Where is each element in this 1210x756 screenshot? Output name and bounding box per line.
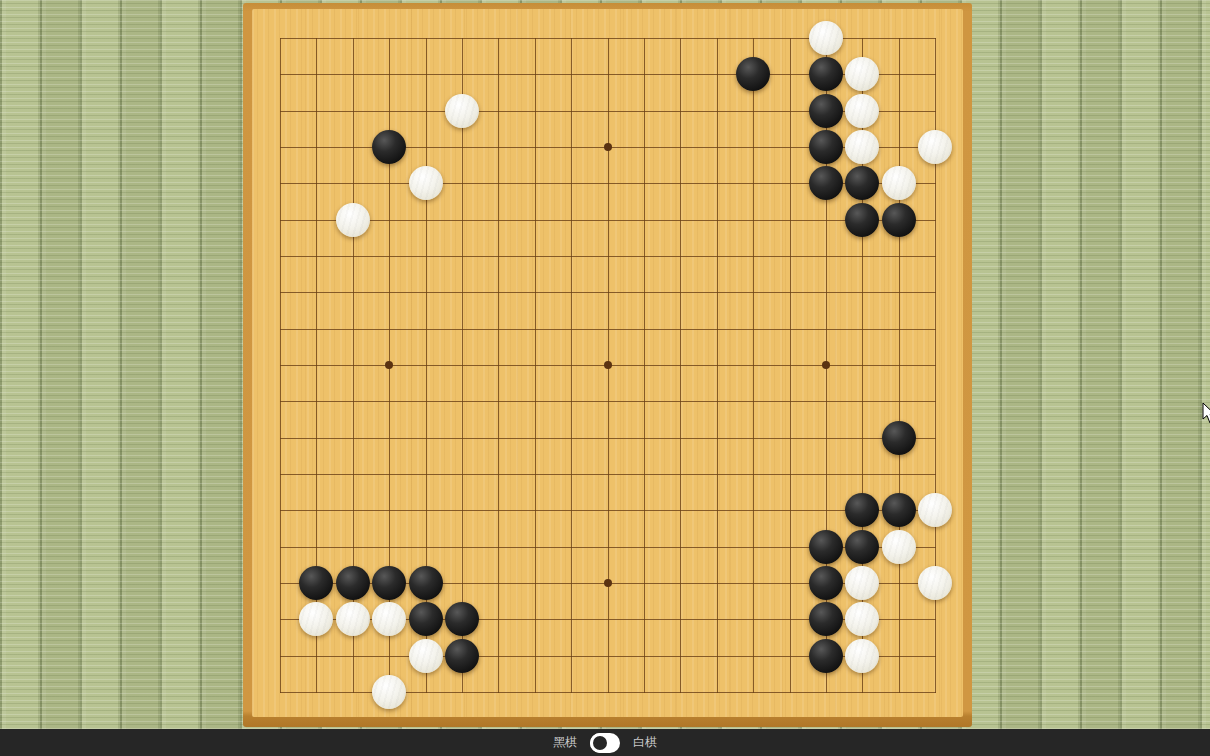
black-stone — [845, 203, 879, 237]
black-stone — [809, 639, 843, 673]
white-stone — [372, 675, 406, 709]
black-stone — [809, 530, 843, 564]
black-stone — [809, 602, 843, 636]
black-stone — [809, 566, 843, 600]
mouse-cursor — [1202, 403, 1210, 425]
black-stone — [336, 566, 370, 600]
white-stone — [409, 639, 443, 673]
white-stone — [882, 166, 916, 200]
grid-line-h — [280, 438, 936, 439]
board-grid[interactable] — [280, 38, 936, 693]
black-stone — [372, 566, 406, 600]
star-point — [604, 579, 612, 587]
black-stone — [409, 602, 443, 636]
white-stone — [845, 94, 879, 128]
black-stone — [809, 166, 843, 200]
grid-line-v — [753, 38, 754, 693]
star-point — [604, 143, 612, 151]
star-point — [604, 361, 612, 369]
white-stone — [845, 57, 879, 91]
white-stone — [845, 639, 879, 673]
white-stone — [845, 130, 879, 164]
white-stone — [445, 94, 479, 128]
black-stone — [809, 57, 843, 91]
black-stone — [845, 530, 879, 564]
black-stone — [409, 566, 443, 600]
grid-line-h — [280, 510, 936, 511]
black-stone — [445, 639, 479, 673]
black-stone — [845, 493, 879, 527]
stone-color-toggle[interactable] — [590, 733, 620, 753]
white-stone-label: 白棋 — [633, 729, 657, 756]
white-stone — [372, 602, 406, 636]
toggle-knob[interactable] — [590, 733, 610, 753]
black-stone-label: 黑棋 — [553, 729, 577, 756]
white-stone — [409, 166, 443, 200]
black-stone — [445, 602, 479, 636]
grid-line-v — [680, 38, 681, 693]
black-stone — [736, 57, 770, 91]
white-stone — [336, 203, 370, 237]
black-stone — [882, 203, 916, 237]
grid-line-v — [899, 38, 900, 693]
black-stone — [882, 493, 916, 527]
grid-line-h — [280, 401, 936, 402]
white-stone — [845, 602, 879, 636]
white-stone — [809, 21, 843, 55]
star-point — [822, 361, 830, 369]
white-stone — [918, 130, 952, 164]
white-stone — [845, 566, 879, 600]
black-stone — [845, 166, 879, 200]
go-board[interactable] — [243, 3, 972, 727]
black-stone — [372, 130, 406, 164]
black-stone — [809, 130, 843, 164]
white-stone — [336, 602, 370, 636]
grid-line-v — [790, 38, 791, 693]
white-stone — [299, 602, 333, 636]
grid-line-h — [280, 474, 936, 475]
white-stone — [882, 530, 916, 564]
grid-line-v — [717, 38, 718, 693]
black-stone — [809, 94, 843, 128]
black-stone — [882, 421, 916, 455]
white-stone — [918, 566, 952, 600]
bottom-bar: 黑棋 白棋 — [0, 729, 1210, 756]
grid-line-v — [644, 38, 645, 693]
star-point — [385, 361, 393, 369]
black-stone — [299, 566, 333, 600]
